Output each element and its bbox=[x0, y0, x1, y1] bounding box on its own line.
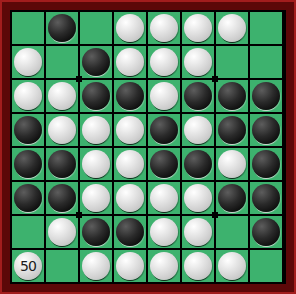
black-disc bbox=[252, 116, 280, 144]
black-disc bbox=[218, 116, 246, 144]
white-disc bbox=[116, 14, 144, 42]
white-disc bbox=[184, 14, 212, 42]
cell-e5[interactable] bbox=[148, 148, 180, 180]
black-disc bbox=[252, 150, 280, 178]
white-disc bbox=[218, 252, 246, 280]
white-disc bbox=[82, 150, 110, 178]
black-disc bbox=[14, 184, 42, 212]
cell-c5[interactable] bbox=[80, 148, 112, 180]
cell-f7[interactable] bbox=[182, 216, 214, 248]
black-disc bbox=[82, 82, 110, 110]
white-disc bbox=[184, 48, 212, 76]
cell-g2[interactable] bbox=[216, 46, 248, 78]
cell-d3[interactable] bbox=[114, 80, 146, 112]
cell-h4[interactable] bbox=[250, 114, 282, 146]
cell-g3[interactable] bbox=[216, 80, 248, 112]
cell-e4[interactable] bbox=[148, 114, 180, 146]
white-disc bbox=[116, 150, 144, 178]
white-disc bbox=[116, 252, 144, 280]
cell-f2[interactable] bbox=[182, 46, 214, 78]
cell-c6[interactable] bbox=[80, 182, 112, 214]
white-disc bbox=[48, 116, 76, 144]
black-disc bbox=[48, 184, 76, 212]
cell-b7[interactable] bbox=[46, 216, 78, 248]
white-disc bbox=[150, 184, 178, 212]
white-disc bbox=[218, 150, 246, 178]
black-disc bbox=[252, 184, 280, 212]
cell-h5[interactable] bbox=[250, 148, 282, 180]
cell-f4[interactable] bbox=[182, 114, 214, 146]
white-disc bbox=[116, 184, 144, 212]
cell-f8[interactable] bbox=[182, 250, 214, 282]
black-disc bbox=[184, 82, 212, 110]
white-disc bbox=[82, 184, 110, 212]
cell-f1[interactable] bbox=[182, 12, 214, 44]
star-point bbox=[76, 212, 82, 218]
cell-h2[interactable] bbox=[250, 46, 282, 78]
white-disc bbox=[150, 252, 178, 280]
white-disc bbox=[82, 252, 110, 280]
black-disc bbox=[116, 218, 144, 246]
black-disc bbox=[252, 218, 280, 246]
cell-c1[interactable] bbox=[80, 12, 112, 44]
cell-g4[interactable] bbox=[216, 114, 248, 146]
black-disc bbox=[252, 82, 280, 110]
black-disc bbox=[218, 184, 246, 212]
cell-e2[interactable] bbox=[148, 46, 180, 78]
white-disc bbox=[116, 116, 144, 144]
black-disc bbox=[218, 82, 246, 110]
cell-a6[interactable] bbox=[12, 182, 44, 214]
cell-b2[interactable] bbox=[46, 46, 78, 78]
white-disc-last-move: 50 bbox=[14, 252, 42, 280]
cell-e7[interactable] bbox=[148, 216, 180, 248]
cell-e1[interactable] bbox=[148, 12, 180, 44]
cell-b1[interactable] bbox=[46, 12, 78, 44]
black-disc bbox=[48, 14, 76, 42]
cell-a5[interactable] bbox=[12, 148, 44, 180]
cell-b5[interactable] bbox=[46, 148, 78, 180]
black-disc bbox=[150, 116, 178, 144]
black-disc bbox=[82, 48, 110, 76]
white-disc bbox=[150, 48, 178, 76]
cell-b4[interactable] bbox=[46, 114, 78, 146]
cell-d1[interactable] bbox=[114, 12, 146, 44]
cell-h7[interactable] bbox=[250, 216, 282, 248]
white-disc bbox=[48, 82, 76, 110]
last-move-number: 50 bbox=[20, 259, 36, 273]
white-disc bbox=[14, 48, 42, 76]
white-disc bbox=[218, 14, 246, 42]
cell-a3[interactable] bbox=[12, 80, 44, 112]
cell-g5[interactable] bbox=[216, 148, 248, 180]
cell-a1[interactable] bbox=[12, 12, 44, 44]
cell-f5[interactable] bbox=[182, 148, 214, 180]
cell-c7[interactable] bbox=[80, 216, 112, 248]
cell-g1[interactable] bbox=[216, 12, 248, 44]
cell-d4[interactable] bbox=[114, 114, 146, 146]
cell-b8[interactable] bbox=[46, 250, 78, 282]
white-disc bbox=[82, 116, 110, 144]
othello-board: 50 bbox=[12, 12, 282, 282]
cell-a2[interactable] bbox=[12, 46, 44, 78]
cell-b3[interactable] bbox=[46, 80, 78, 112]
white-disc bbox=[14, 82, 42, 110]
white-disc bbox=[150, 82, 178, 110]
black-disc bbox=[82, 218, 110, 246]
cell-a7[interactable] bbox=[12, 216, 44, 248]
cell-b6[interactable] bbox=[46, 182, 78, 214]
star-point bbox=[212, 212, 218, 218]
cell-a4[interactable] bbox=[12, 114, 44, 146]
cell-g6[interactable] bbox=[216, 182, 248, 214]
star-point bbox=[212, 76, 218, 82]
black-disc bbox=[48, 150, 76, 178]
cell-c8[interactable] bbox=[80, 250, 112, 282]
cell-h8[interactable] bbox=[250, 250, 282, 282]
cell-c2[interactable] bbox=[80, 46, 112, 78]
cell-d6[interactable] bbox=[114, 182, 146, 214]
black-disc bbox=[150, 150, 178, 178]
black-disc bbox=[14, 116, 42, 144]
white-disc bbox=[184, 116, 212, 144]
cell-f3[interactable] bbox=[182, 80, 214, 112]
white-disc bbox=[48, 218, 76, 246]
cell-f6[interactable] bbox=[182, 182, 214, 214]
cell-e8[interactable] bbox=[148, 250, 180, 282]
white-disc bbox=[116, 48, 144, 76]
cell-e3[interactable] bbox=[148, 80, 180, 112]
white-disc bbox=[150, 14, 178, 42]
white-disc bbox=[184, 218, 212, 246]
white-disc bbox=[184, 184, 212, 212]
cell-h6[interactable] bbox=[250, 182, 282, 214]
cell-c3[interactable] bbox=[80, 80, 112, 112]
black-disc bbox=[14, 150, 42, 178]
cell-e6[interactable] bbox=[148, 182, 180, 214]
black-disc bbox=[184, 150, 212, 178]
cell-a8[interactable]: 50 bbox=[12, 250, 44, 282]
cell-d5[interactable] bbox=[114, 148, 146, 180]
cell-d8[interactable] bbox=[114, 250, 146, 282]
cell-g8[interactable] bbox=[216, 250, 248, 282]
cell-c4[interactable] bbox=[80, 114, 112, 146]
black-disc bbox=[116, 82, 144, 110]
cell-d7[interactable] bbox=[114, 216, 146, 248]
cell-d2[interactable] bbox=[114, 46, 146, 78]
cell-h3[interactable] bbox=[250, 80, 282, 112]
cell-h1[interactable] bbox=[250, 12, 282, 44]
white-disc bbox=[150, 218, 178, 246]
cell-g7[interactable] bbox=[216, 216, 248, 248]
star-point bbox=[76, 76, 82, 82]
white-disc bbox=[184, 252, 212, 280]
